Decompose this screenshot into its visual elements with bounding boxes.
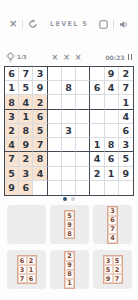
board-cell[interactable] <box>76 152 90 166</box>
board-cell[interactable]: 5 <box>5 167 19 181</box>
mistake-x-icon: × <box>51 53 63 62</box>
board-cell[interactable] <box>48 110 62 124</box>
board-cell[interactable]: 5 <box>119 152 133 166</box>
board-cell[interactable] <box>76 67 90 81</box>
board-cell[interactable]: 8 <box>62 81 76 95</box>
sudoku-board: 6739215986478421316428536497183728465534… <box>4 66 134 196</box>
tile-cell: 2 <box>65 252 74 261</box>
board-cell[interactable]: 6 <box>90 81 104 95</box>
tile-cell: 8 <box>65 270 74 279</box>
page-dot-active[interactable] <box>63 197 67 201</box>
board-cell[interactable] <box>90 67 104 81</box>
tray-page-dots[interactable] <box>0 197 138 201</box>
board-cell[interactable]: 8 <box>105 138 119 152</box>
board-cell[interactable]: 4 <box>119 110 133 124</box>
board-cell[interactable]: 1 <box>5 81 19 95</box>
tile-cell: 2 <box>113 265 122 274</box>
tile-cell: 1 <box>65 279 74 288</box>
tile-cell: 8 <box>65 229 74 238</box>
board-cell[interactable] <box>48 138 62 152</box>
board-cell[interactable]: 9 <box>33 81 47 95</box>
board-cell[interactable]: 3 <box>119 138 133 152</box>
tile-tray: 598 3674 623176 2981 355297 <box>7 205 132 289</box>
board-cell[interactable] <box>76 167 90 181</box>
board-cell[interactable] <box>48 167 62 181</box>
board-cell[interactable]: 2 <box>19 152 33 166</box>
tray-slot[interactable]: 2981 <box>50 250 89 289</box>
board-cell[interactable] <box>62 67 76 81</box>
board-cell[interactable] <box>62 181 76 195</box>
board-cell[interactable]: 8 <box>33 152 47 166</box>
tile-cell: 4 <box>108 234 117 243</box>
board-cell[interactable] <box>76 181 90 195</box>
board-cell[interactable] <box>90 124 104 138</box>
tile-cell: 3 <box>108 207 117 216</box>
tile-cell: 7 <box>108 225 117 234</box>
tile-cell: 9 <box>104 274 113 283</box>
board-cell[interactable]: 9 <box>19 138 33 152</box>
board-cell[interactable]: 3 <box>19 167 33 181</box>
board-cell[interactable] <box>105 181 119 195</box>
board-cell[interactable] <box>90 181 104 195</box>
board-cell[interactable]: 1 <box>119 95 133 109</box>
board-cell[interactable]: 6 <box>105 152 119 166</box>
board-cell[interactable] <box>62 138 76 152</box>
board-cell[interactable] <box>119 181 133 195</box>
board-cell[interactable]: 7 <box>33 138 47 152</box>
tray-slot[interactable]: 623176 <box>7 250 46 289</box>
board-cell[interactable]: 8 <box>19 124 33 138</box>
tile-cell: 3 <box>18 265 27 274</box>
board-cell[interactable] <box>105 110 119 124</box>
page-dot[interactable] <box>71 197 75 201</box>
board-cell[interactable]: 6 <box>5 67 19 81</box>
status-bar: 1/3 ××× 00:23 <box>6 51 132 63</box>
number-tile[interactable]: 623176 <box>17 255 37 284</box>
board-cell[interactable]: 3 <box>33 67 47 81</box>
board-cell[interactable]: 4 <box>105 81 119 95</box>
tile-cell: 1 <box>27 265 36 274</box>
tray-slot[interactable] <box>7 205 46 244</box>
mistakes-indicator: ××× <box>6 53 132 62</box>
board-cell[interactable]: 9 <box>119 167 133 181</box>
board-cell[interactable] <box>76 95 90 109</box>
board-cell[interactable] <box>48 67 62 81</box>
tray-slot[interactable]: 355297 <box>93 250 132 289</box>
board-cell[interactable]: 2 <box>119 67 133 81</box>
tile-cell: 7 <box>18 274 27 283</box>
board-cell[interactable] <box>48 124 62 138</box>
tile-cell: 7 <box>113 274 122 283</box>
board-cell[interactable]: 1 <box>90 138 104 152</box>
tile-cell: 6 <box>18 256 27 265</box>
board-cell[interactable] <box>48 152 62 166</box>
board-cell[interactable]: 1 <box>105 167 119 181</box>
board-cell[interactable]: 8 <box>5 95 19 109</box>
board-cell[interactable]: 3 <box>5 110 19 124</box>
tile-cell: 9 <box>65 220 74 229</box>
board-cell[interactable]: 7 <box>119 81 133 95</box>
board-cell[interactable] <box>62 95 76 109</box>
board-cell[interactable] <box>90 110 104 124</box>
board-cell[interactable] <box>48 95 62 109</box>
board-cell[interactable] <box>76 124 90 138</box>
tile-cell: 2 <box>27 256 36 265</box>
tray-slot[interactable]: 3674 <box>93 205 132 244</box>
tile-cell: 5 <box>65 211 74 220</box>
board-cell[interactable]: 7 <box>19 67 33 81</box>
board-cell[interactable] <box>62 110 76 124</box>
board-cell[interactable]: 4 <box>5 138 19 152</box>
board-cell[interactable]: 3 <box>62 124 76 138</box>
board-cell[interactable]: 1 <box>19 110 33 124</box>
board-cell[interactable] <box>105 124 119 138</box>
tile-cell: 9 <box>65 261 74 270</box>
number-tile[interactable]: 3674 <box>107 206 118 244</box>
board-cell[interactable] <box>48 81 62 95</box>
board-cell[interactable] <box>62 167 76 181</box>
board-cell[interactable] <box>33 181 47 195</box>
mistake-x-icon: × <box>63 53 75 62</box>
board-cell[interactable] <box>76 81 90 95</box>
board-cell[interactable] <box>90 95 104 109</box>
mistake-x-icon: × <box>75 53 87 62</box>
board-cell[interactable] <box>62 152 76 166</box>
board-cell[interactable]: 7 <box>5 152 19 166</box>
tile-cell: 5 <box>113 256 122 265</box>
board-cell[interactable] <box>76 138 90 152</box>
number-tile[interactable]: 598 <box>64 210 75 239</box>
tile-cell: 6 <box>108 216 117 225</box>
tile-cell: 5 <box>104 265 113 274</box>
board-cell[interactable]: 5 <box>33 124 47 138</box>
board-cell[interactable] <box>105 95 119 109</box>
board-cell[interactable]: 4 <box>19 95 33 109</box>
board-cell[interactable]: 6 <box>33 110 47 124</box>
tray-slot[interactable]: 598 <box>50 205 89 244</box>
board-cell[interactable]: 9 <box>105 67 119 81</box>
board-cell[interactable]: 6 <box>119 124 133 138</box>
tile-cell: 3 <box>104 256 113 265</box>
board-cell[interactable]: 6 <box>19 181 33 195</box>
number-tile[interactable]: 2981 <box>64 251 75 289</box>
board-cell[interactable]: 4 <box>33 167 47 181</box>
top-toolbar: × LEVEL 5 <box>9 17 129 31</box>
board-cell[interactable]: 2 <box>5 124 19 138</box>
board-cell[interactable]: 2 <box>33 95 47 109</box>
level-label: LEVEL 5 <box>9 20 129 28</box>
board-cell[interactable]: 9 <box>5 181 19 195</box>
board-cell[interactable] <box>48 181 62 195</box>
board-cell[interactable]: 4 <box>90 152 104 166</box>
board-cell[interactable]: 5 <box>19 81 33 95</box>
number-tile[interactable]: 355297 <box>103 255 123 284</box>
tile-cell: 6 <box>27 274 36 283</box>
board-cell[interactable]: 2 <box>90 167 104 181</box>
board-cell[interactable] <box>76 110 90 124</box>
app-screen: × LEVEL 5 1/3 <box>0 0 138 300</box>
